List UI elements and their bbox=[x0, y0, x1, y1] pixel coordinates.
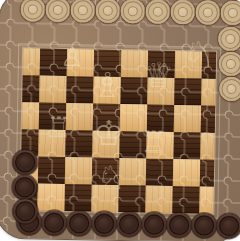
light-checker-disc[interactable] bbox=[121, 0, 145, 23]
square-r4c3[interactable] bbox=[92, 158, 119, 185]
dark-checker-disc[interactable] bbox=[167, 213, 191, 237]
square-r2c3[interactable] bbox=[93, 104, 120, 131]
square-r3c2[interactable] bbox=[65, 130, 92, 157]
dark-checker-disc[interactable] bbox=[92, 212, 116, 236]
square-r2c6[interactable] bbox=[174, 105, 201, 132]
puzzle-board: ♙♗♕♘♔♖♘♖ bbox=[0, 0, 240, 241]
light-checker-disc[interactable] bbox=[96, 0, 120, 23]
dark-checker-disc[interactable] bbox=[217, 214, 240, 238]
square-r1c2[interactable] bbox=[66, 76, 93, 103]
light-checker-disc[interactable] bbox=[71, 0, 95, 23]
square-r3c5[interactable] bbox=[146, 131, 173, 158]
square-r0c6[interactable] bbox=[175, 51, 202, 78]
square-r1c1[interactable] bbox=[39, 76, 66, 103]
square-r2c4[interactable] bbox=[120, 104, 147, 131]
square-r4c2[interactable] bbox=[65, 157, 92, 184]
square-r0c7[interactable] bbox=[202, 51, 216, 78]
square-r0c0[interactable] bbox=[23, 48, 40, 75]
square-r2c1[interactable] bbox=[39, 103, 66, 130]
square-r1c3[interactable] bbox=[93, 77, 120, 104]
square-r3c4[interactable] bbox=[119, 131, 146, 158]
square-r0c4[interactable] bbox=[121, 50, 148, 77]
square-r2c7[interactable] bbox=[201, 105, 215, 132]
dark-checker-disc[interactable] bbox=[192, 213, 216, 237]
square-r5c2[interactable] bbox=[64, 184, 91, 211]
dark-checker-disc[interactable] bbox=[142, 212, 166, 236]
square-r1c0[interactable] bbox=[22, 75, 39, 102]
square-r2c5[interactable] bbox=[147, 104, 174, 131]
square-r1c4[interactable] bbox=[120, 77, 147, 104]
square-r4c6[interactable] bbox=[173, 159, 200, 186]
square-r5c5[interactable] bbox=[145, 185, 172, 212]
square-r5c1[interactable] bbox=[37, 184, 64, 211]
square-r5c7[interactable] bbox=[199, 186, 213, 213]
square-r1c6[interactable] bbox=[174, 78, 201, 105]
light-checker-disc[interactable] bbox=[218, 27, 240, 51]
light-checker-disc[interactable] bbox=[221, 1, 240, 25]
light-checker-disc[interactable] bbox=[171, 0, 195, 24]
square-r2c2[interactable] bbox=[66, 103, 93, 130]
square-r2c0[interactable] bbox=[22, 102, 39, 129]
light-checker-disc[interactable] bbox=[219, 52, 240, 76]
square-r0c1[interactable] bbox=[40, 49, 67, 76]
light-checker-disc[interactable] bbox=[196, 0, 220, 24]
square-r3c6[interactable] bbox=[173, 132, 200, 159]
dark-checker-disc[interactable] bbox=[67, 211, 91, 235]
square-r1c5[interactable] bbox=[147, 77, 174, 104]
square-r3c7[interactable] bbox=[200, 132, 214, 159]
square-r3c1[interactable] bbox=[38, 130, 65, 157]
square-r5c6[interactable] bbox=[172, 186, 199, 213]
square-r4c1[interactable] bbox=[38, 157, 65, 184]
square-r4c5[interactable] bbox=[146, 158, 173, 185]
square-r0c5[interactable] bbox=[148, 50, 175, 77]
square-r5c3[interactable] bbox=[91, 185, 118, 212]
playing-field bbox=[19, 47, 217, 214]
dark-checker-disc[interactable] bbox=[42, 211, 66, 235]
square-r1c7[interactable] bbox=[201, 78, 215, 105]
dark-checker-disc[interactable] bbox=[117, 212, 141, 236]
square-r5c4[interactable] bbox=[118, 185, 145, 212]
square-r4c7[interactable] bbox=[200, 159, 214, 186]
square-r0c2[interactable] bbox=[67, 49, 94, 76]
square-r3c3[interactable] bbox=[92, 131, 119, 158]
light-checker-disc[interactable] bbox=[46, 0, 70, 22]
square-r4c4[interactable] bbox=[119, 158, 146, 185]
light-checker-disc[interactable] bbox=[219, 77, 240, 101]
light-checker-disc[interactable] bbox=[21, 0, 45, 22]
square-r0c3[interactable] bbox=[94, 50, 121, 77]
light-checker-disc[interactable] bbox=[146, 0, 170, 24]
